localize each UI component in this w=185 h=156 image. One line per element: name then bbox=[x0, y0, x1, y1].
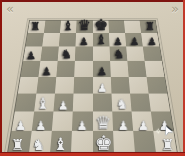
rook-glyph: ♜ bbox=[7, 138, 28, 153]
square-b8[interactable] bbox=[44, 21, 61, 34]
square-f2[interactable] bbox=[112, 111, 133, 131]
square-d4[interactable] bbox=[74, 77, 93, 94]
square-e8[interactable] bbox=[93, 21, 109, 34]
square-a5[interactable] bbox=[21, 61, 41, 76]
square-g3[interactable] bbox=[130, 93, 151, 111]
square-b6[interactable] bbox=[41, 47, 60, 61]
square-a8[interactable] bbox=[28, 21, 46, 34]
square-e4[interactable] bbox=[93, 77, 112, 94]
king-glyph: ♚ bbox=[93, 133, 114, 153]
square-a7[interactable] bbox=[26, 33, 44, 46]
square-d5[interactable] bbox=[75, 61, 93, 76]
square-d2[interactable] bbox=[72, 111, 92, 131]
square-f5[interactable] bbox=[110, 61, 129, 76]
square-c4[interactable] bbox=[55, 77, 74, 94]
square-h4[interactable] bbox=[146, 77, 167, 94]
square-f6[interactable] bbox=[109, 47, 127, 61]
square-h5[interactable] bbox=[144, 61, 164, 76]
square-c8[interactable] bbox=[60, 21, 77, 34]
square-f8[interactable] bbox=[108, 21, 125, 34]
square-c7[interactable] bbox=[59, 33, 76, 46]
square-a6[interactable] bbox=[23, 47, 42, 61]
square-h7[interactable] bbox=[141, 33, 159, 46]
square-f1[interactable] bbox=[113, 131, 135, 152]
square-d1[interactable] bbox=[71, 131, 92, 152]
frame-trim-left bbox=[0, 0, 2, 156]
square-d3[interactable] bbox=[73, 93, 92, 111]
square-d7[interactable] bbox=[76, 33, 93, 46]
square-b3[interactable] bbox=[34, 93, 55, 111]
square-g5[interactable] bbox=[127, 61, 146, 76]
square-d6[interactable] bbox=[75, 47, 92, 61]
knight-glyph: ♞ bbox=[28, 138, 49, 153]
square-a4[interactable] bbox=[18, 77, 39, 94]
rook-glyph: ♜ bbox=[157, 138, 178, 153]
square-b5[interactable] bbox=[39, 61, 58, 76]
square-g2[interactable] bbox=[131, 111, 153, 131]
square-g8[interactable] bbox=[124, 21, 141, 34]
square-f3[interactable] bbox=[111, 93, 131, 111]
square-b2[interactable] bbox=[32, 111, 54, 131]
square-e3[interactable] bbox=[93, 93, 112, 111]
square-c5[interactable] bbox=[57, 61, 76, 76]
frame-trim-right bbox=[183, 0, 185, 156]
square-c2[interactable] bbox=[52, 111, 73, 131]
chess-board[interactable]: ♜♝♛♚♜♟♝♟♟♟♟♞♞♟♟♟♝♟♞♟♟♟♛♟♟♟♜♞♝♚♜ bbox=[7, 20, 178, 153]
square-e6[interactable] bbox=[93, 47, 110, 61]
chess-app-window: « « ♜♝♛♚♜♟♝♟♟♟♟♞♞♟♟♟♝♟♞♟♟♟♛♟♟♟♜♞♝♚♜ ➤ ✧ bbox=[0, 0, 185, 156]
square-g4[interactable] bbox=[128, 77, 148, 94]
square-f7[interactable] bbox=[109, 33, 126, 46]
square-b4[interactable] bbox=[37, 77, 57, 94]
square-g1[interactable] bbox=[133, 131, 156, 152]
square-h8[interactable] bbox=[139, 21, 157, 34]
square-c3[interactable] bbox=[54, 93, 74, 111]
square-b7[interactable] bbox=[42, 33, 60, 46]
square-h6[interactable] bbox=[143, 47, 162, 61]
square-f4[interactable] bbox=[110, 77, 129, 94]
square-e7[interactable] bbox=[93, 33, 110, 46]
square-c6[interactable] bbox=[58, 47, 76, 61]
square-a3[interactable] bbox=[15, 93, 37, 111]
square-g7[interactable] bbox=[125, 33, 143, 46]
square-e2[interactable] bbox=[93, 111, 113, 131]
frame-trim-bottom bbox=[0, 152, 185, 156]
piece-white-king-e1[interactable]: ♚ bbox=[93, 131, 114, 153]
square-d8[interactable] bbox=[76, 21, 92, 34]
square-a2[interactable] bbox=[12, 111, 35, 131]
square-e5[interactable] bbox=[93, 61, 111, 76]
square-h3[interactable] bbox=[148, 93, 170, 111]
bishop-glyph: ♝ bbox=[50, 136, 71, 153]
square-g6[interactable] bbox=[126, 47, 145, 61]
